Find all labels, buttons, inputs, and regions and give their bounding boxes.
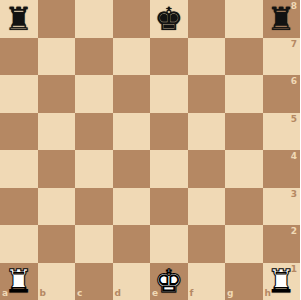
square-a7[interactable] xyxy=(0,38,38,76)
square-d4[interactable] xyxy=(113,150,151,188)
square-h2[interactable]: 2 xyxy=(263,225,301,263)
square-d7[interactable] xyxy=(113,38,151,76)
file-label-g: g xyxy=(227,289,233,298)
square-e1[interactable]: e♚ xyxy=(150,263,188,300)
square-a8[interactable]: ♜ xyxy=(0,0,38,38)
black-rook[interactable]: ♜ xyxy=(0,0,38,38)
square-f8[interactable] xyxy=(188,0,226,38)
square-f3[interactable] xyxy=(188,188,226,226)
square-e8[interactable]: ♚ xyxy=(150,0,188,38)
square-b6[interactable] xyxy=(38,75,76,113)
square-c1[interactable]: c xyxy=(75,263,113,300)
square-c4[interactable] xyxy=(75,150,113,188)
square-h4[interactable]: 4 xyxy=(263,150,301,188)
square-g8[interactable] xyxy=(225,0,263,38)
square-g5[interactable] xyxy=(225,113,263,151)
square-a4[interactable] xyxy=(0,150,38,188)
square-h6[interactable]: 6 xyxy=(263,75,301,113)
square-h7[interactable]: 7 xyxy=(263,38,301,76)
square-g7[interactable] xyxy=(225,38,263,76)
square-b4[interactable] xyxy=(38,150,76,188)
square-h5[interactable]: 5 xyxy=(263,113,301,151)
rank-label-5: 5 xyxy=(291,115,297,124)
square-h3[interactable]: 3 xyxy=(263,188,301,226)
square-f4[interactable] xyxy=(188,150,226,188)
square-b5[interactable] xyxy=(38,113,76,151)
square-c3[interactable] xyxy=(75,188,113,226)
square-g6[interactable] xyxy=(225,75,263,113)
square-a1[interactable]: a♜ xyxy=(0,263,38,300)
file-label-d: d xyxy=(115,289,121,298)
square-f5[interactable] xyxy=(188,113,226,151)
file-label-f: f xyxy=(190,289,194,298)
square-b2[interactable] xyxy=(38,225,76,263)
square-e2[interactable] xyxy=(150,225,188,263)
square-f7[interactable] xyxy=(188,38,226,76)
black-rook[interactable]: ♜ xyxy=(263,0,301,38)
square-g1[interactable]: g xyxy=(225,263,263,300)
square-c6[interactable] xyxy=(75,75,113,113)
square-e6[interactable] xyxy=(150,75,188,113)
square-h1[interactable]: 1h♜ xyxy=(263,263,301,300)
square-g2[interactable] xyxy=(225,225,263,263)
square-f2[interactable] xyxy=(188,225,226,263)
square-f1[interactable]: f xyxy=(188,263,226,300)
rank-label-6: 6 xyxy=(291,77,297,86)
square-a3[interactable] xyxy=(0,188,38,226)
square-e3[interactable] xyxy=(150,188,188,226)
square-d2[interactable] xyxy=(113,225,151,263)
white-king[interactable]: ♚ xyxy=(150,263,188,300)
square-g4[interactable] xyxy=(225,150,263,188)
square-e4[interactable] xyxy=(150,150,188,188)
square-f6[interactable] xyxy=(188,75,226,113)
rank-label-7: 7 xyxy=(291,40,297,49)
square-d3[interactable] xyxy=(113,188,151,226)
black-king[interactable]: ♚ xyxy=(150,0,188,38)
square-b3[interactable] xyxy=(38,188,76,226)
white-rook[interactable]: ♜ xyxy=(0,263,38,300)
square-d5[interactable] xyxy=(113,113,151,151)
square-b8[interactable] xyxy=(38,0,76,38)
square-b1[interactable]: b xyxy=(38,263,76,300)
square-d8[interactable] xyxy=(113,0,151,38)
file-label-b: b xyxy=(40,289,46,298)
square-c8[interactable] xyxy=(75,0,113,38)
rank-label-2: 2 xyxy=(291,227,297,236)
file-label-c: c xyxy=(77,289,82,298)
square-g3[interactable] xyxy=(225,188,263,226)
square-d1[interactable]: d xyxy=(113,263,151,300)
square-a5[interactable] xyxy=(0,113,38,151)
square-a6[interactable] xyxy=(0,75,38,113)
rank-label-3: 3 xyxy=(291,190,297,199)
square-d6[interactable] xyxy=(113,75,151,113)
square-c7[interactable] xyxy=(75,38,113,76)
square-e7[interactable] xyxy=(150,38,188,76)
square-h8[interactable]: 8♜ xyxy=(263,0,301,38)
square-e5[interactable] xyxy=(150,113,188,151)
white-rook[interactable]: ♜ xyxy=(263,263,301,300)
square-c5[interactable] xyxy=(75,113,113,151)
square-b7[interactable] xyxy=(38,38,76,76)
chess-board: ♜♚8♜765432a♜bcde♚fg1h♜ xyxy=(0,0,300,300)
rank-label-4: 4 xyxy=(291,152,297,161)
square-c2[interactable] xyxy=(75,225,113,263)
square-a2[interactable] xyxy=(0,225,38,263)
